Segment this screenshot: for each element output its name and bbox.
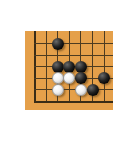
board-bottom-edge-line	[34, 101, 114, 103]
black-stone	[52, 61, 64, 73]
grid-line-horizontal	[34, 55, 114, 56]
black-stone	[52, 38, 64, 50]
black-stone	[63, 61, 75, 73]
black-stone	[75, 72, 87, 84]
grid-line-horizontal	[34, 43, 114, 44]
white-stone	[52, 72, 64, 84]
black-stone	[75, 61, 87, 73]
white-stone	[52, 84, 64, 96]
white-stone	[75, 84, 87, 96]
grid-line-horizontal	[34, 89, 114, 90]
black-stone	[98, 72, 110, 84]
black-stone	[87, 84, 99, 96]
go-board[interactable]	[25, 31, 113, 110]
white-stone	[63, 72, 75, 84]
page-background	[0, 0, 140, 150]
